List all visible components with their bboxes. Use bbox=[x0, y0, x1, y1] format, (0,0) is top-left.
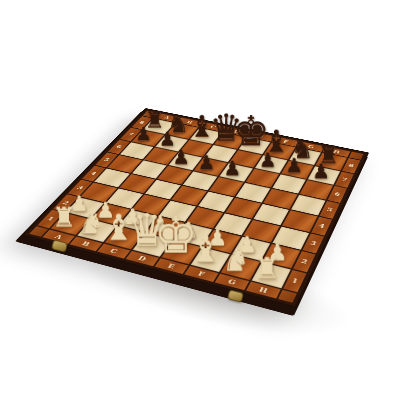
board-grid: ABCDEFGH8♜♞♝♛♚♝♞♜87♟♟♟♟♟76♟♟♟65544332♟♟♟… bbox=[29, 111, 363, 303]
pawn-glyph: ♟ bbox=[172, 146, 189, 169]
bishop-glyph: ♝ bbox=[189, 228, 221, 270]
piece-black-pawn-f7[interactable]: ♟ bbox=[259, 150, 276, 169]
rook-glyph: ♜ bbox=[52, 201, 76, 232]
piece-white-rook-h1[interactable]: ♜ bbox=[254, 254, 280, 283]
chess-board: ABCDEFGH8♜♞♝♛♚♝♞♜87♟♟♟♟♟76♟♟♟65544332♟♟♟… bbox=[22, 108, 369, 308]
product-photo-stage: ABCDEFGH8♜♞♝♛♚♝♞♜87♟♟♟♟♟76♟♟♟65544332♟♟♟… bbox=[0, 0, 400, 400]
board-scene: ABCDEFGH8♜♞♝♛♚♝♞♜87♟♟♟♟♟76♟♟♟65544332♟♟♟… bbox=[0, 0, 400, 400]
knight-glyph: ♞ bbox=[78, 209, 104, 238]
pawn-glyph: ♟ bbox=[285, 154, 303, 177]
rank-label-5-right: 5 bbox=[320, 201, 340, 219]
file-label-g-near: G bbox=[215, 274, 249, 290]
piece-black-pawn-e6[interactable]: ♟ bbox=[223, 158, 241, 178]
pawn-glyph: ♟ bbox=[312, 160, 330, 183]
pawn-glyph: ♟ bbox=[223, 157, 241, 180]
piece-black-pawn-h7[interactable]: ♟ bbox=[312, 161, 330, 181]
pawn-glyph: ♟ bbox=[135, 123, 152, 145]
square-a4[interactable] bbox=[94, 168, 130, 187]
piece-black-pawn-c6[interactable]: ♟ bbox=[172, 148, 189, 167]
piece-white-knight-b1[interactable]: ♞ bbox=[78, 209, 104, 238]
piece-black-pawn-d6[interactable]: ♟ bbox=[198, 153, 215, 173]
piece-white-bishop-f1[interactable]: ♝ bbox=[189, 231, 221, 267]
frame-corner bbox=[29, 226, 48, 237]
rook-glyph: ♜ bbox=[254, 251, 280, 285]
pawn-glyph: ♟ bbox=[198, 151, 215, 174]
piece-white-knight-g1[interactable]: ♞ bbox=[222, 244, 250, 275]
pawn-glyph: ♟ bbox=[259, 149, 276, 172]
frame-corner bbox=[278, 290, 297, 303]
rank-label-4-right: 4 bbox=[311, 217, 332, 236]
piece-black-pawn-g7[interactable]: ♟ bbox=[285, 156, 303, 176]
piece-white-rook-a1[interactable]: ♜ bbox=[52, 204, 76, 231]
knight-glyph: ♞ bbox=[222, 244, 250, 275]
piece-black-pawn-a7[interactable]: ♟ bbox=[135, 125, 152, 143]
